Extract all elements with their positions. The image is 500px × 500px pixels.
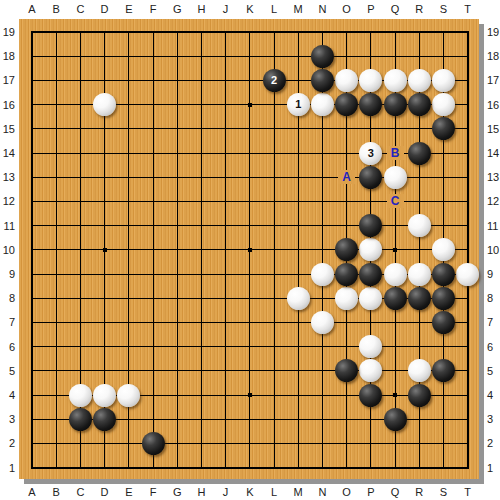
- coord-label-bottom: P: [361, 484, 381, 500]
- coord-label-right: 3: [487, 411, 500, 427]
- coord-label-left: 6: [0, 339, 15, 355]
- star-point: [393, 248, 397, 252]
- coord-label-bottom: H: [191, 484, 211, 500]
- black-stone: [384, 408, 407, 431]
- star-point: [248, 103, 252, 107]
- coord-label-bottom: C: [70, 484, 90, 500]
- coord-label-bottom: N: [312, 484, 332, 500]
- coord-label-left: 16: [0, 97, 15, 113]
- black-stone: [384, 93, 407, 116]
- coord-label-top: J: [216, 1, 236, 17]
- coord-label-top: L: [264, 1, 284, 17]
- black-stone: [408, 93, 431, 116]
- coord-label-left: 11: [0, 218, 15, 234]
- coord-label-right: 11: [487, 218, 500, 234]
- coord-label-top: P: [361, 1, 381, 17]
- coord-label-left: 2: [0, 435, 15, 451]
- black-stone: [432, 311, 455, 334]
- coord-label-left: 14: [0, 145, 15, 161]
- white-stone: [311, 93, 334, 116]
- coord-label-right: 15: [487, 121, 500, 137]
- black-stone: [408, 384, 431, 407]
- go-board-viewer: 123ABC AABBCCDDEEFFGGHHJJKKLLMMNNOOPPQQR…: [0, 0, 500, 500]
- coord-label-bottom: J: [216, 484, 236, 500]
- white-stone: [311, 311, 334, 334]
- coord-label-bottom: T: [458, 484, 478, 500]
- white-stone: [408, 263, 431, 286]
- star-point: [393, 393, 397, 397]
- coord-label-right: 19: [487, 24, 500, 40]
- black-stone: [359, 263, 382, 286]
- coord-label-top: O: [337, 1, 357, 17]
- coord-label-left: 9: [0, 266, 15, 282]
- coord-label-left: 1: [0, 460, 15, 476]
- variation-label-B[interactable]: B: [387, 146, 404, 160]
- goban[interactable]: 123ABC: [19, 19, 479, 479]
- star-point: [248, 248, 252, 252]
- coord-label-bottom: M: [288, 484, 308, 500]
- coord-label-left: 3: [0, 411, 15, 427]
- black-stone: [359, 384, 382, 407]
- white-stone: [456, 263, 479, 286]
- coord-label-top: S: [433, 1, 453, 17]
- coord-label-right: 16: [487, 97, 500, 113]
- coord-label-top: Q: [385, 1, 405, 17]
- coord-label-bottom: O: [337, 484, 357, 500]
- star-point: [103, 248, 107, 252]
- black-stone: [408, 142, 431, 165]
- coord-label-right: 10: [487, 242, 500, 258]
- coord-label-top: M: [288, 1, 308, 17]
- coord-label-right: 7: [487, 314, 500, 330]
- coord-label-top: K: [240, 1, 260, 17]
- white-stone: [359, 287, 382, 310]
- black-stone: [142, 432, 165, 455]
- white-stone: [384, 69, 407, 92]
- star-point: [248, 393, 252, 397]
- coord-label-right: 4: [487, 387, 500, 403]
- coord-label-left: 4: [0, 387, 15, 403]
- coord-label-bottom: G: [167, 484, 187, 500]
- coord-label-bottom: E: [119, 484, 139, 500]
- coord-label-top: D: [95, 1, 115, 17]
- black-stone: [408, 287, 431, 310]
- coord-label-right: 6: [487, 339, 500, 355]
- coord-label-left: 19: [0, 24, 15, 40]
- coord-label-bottom: L: [264, 484, 284, 500]
- white-stone: [117, 384, 140, 407]
- variation-label-A[interactable]: A: [338, 170, 355, 184]
- white-stone: [384, 263, 407, 286]
- coord-label-top: H: [191, 1, 211, 17]
- black-stone: [335, 263, 358, 286]
- coord-label-left: 12: [0, 193, 15, 209]
- coord-label-top: F: [143, 1, 163, 17]
- coord-label-left: 17: [0, 72, 15, 88]
- coord-label-bottom: D: [95, 484, 115, 500]
- coord-label-bottom: B: [46, 484, 66, 500]
- move-number: 3: [359, 142, 382, 165]
- white-stone: [432, 93, 455, 116]
- coord-label-bottom: R: [409, 484, 429, 500]
- black-stone: [384, 287, 407, 310]
- coord-label-right: 18: [487, 48, 500, 64]
- coord-label-right: 14: [487, 145, 500, 161]
- coord-label-bottom: S: [433, 484, 453, 500]
- coord-label-right: 5: [487, 363, 500, 379]
- coord-label-left: 8: [0, 290, 15, 306]
- coord-label-right: 1: [487, 460, 500, 476]
- black-stone: [311, 69, 334, 92]
- white-stone: [287, 287, 310, 310]
- white-stone: [384, 166, 407, 189]
- black-stone: [311, 45, 334, 68]
- coord-label-right: 9: [487, 266, 500, 282]
- white-stone: [69, 384, 92, 407]
- coord-label-top: B: [46, 1, 66, 17]
- black-stone: [93, 408, 116, 431]
- white-stone: [335, 69, 358, 92]
- coord-label-left: 15: [0, 121, 15, 137]
- white-stone: [408, 69, 431, 92]
- black-stone: [432, 263, 455, 286]
- coord-label-top: R: [409, 1, 429, 17]
- coord-label-left: 10: [0, 242, 15, 258]
- coord-label-left: 5: [0, 363, 15, 379]
- coord-label-top: T: [458, 1, 478, 17]
- coord-label-bottom: Q: [385, 484, 405, 500]
- coord-label-right: 8: [487, 290, 500, 306]
- coord-label-right: 13: [487, 169, 500, 185]
- move-number: 1: [287, 93, 310, 116]
- coord-label-left: 7: [0, 314, 15, 330]
- coord-label-top: N: [312, 1, 332, 17]
- coord-label-right: 2: [487, 435, 500, 451]
- white-stone: [93, 384, 116, 407]
- variation-label-C[interactable]: C: [387, 194, 404, 208]
- white-stone: [335, 287, 358, 310]
- coord-label-bottom: F: [143, 484, 163, 500]
- move-number: 2: [263, 69, 286, 92]
- coord-label-top: E: [119, 1, 139, 17]
- black-stone: [359, 166, 382, 189]
- coord-label-right: 17: [487, 72, 500, 88]
- white-stone: [408, 214, 431, 237]
- white-stone: [432, 69, 455, 92]
- coord-label-top: G: [167, 1, 187, 17]
- black-stone: [69, 408, 92, 431]
- white-stone: [311, 263, 334, 286]
- coord-label-left: 13: [0, 169, 15, 185]
- black-stone: [432, 287, 455, 310]
- coord-label-top: C: [70, 1, 90, 17]
- coord-label-right: 12: [487, 193, 500, 209]
- coord-label-left: 18: [0, 48, 15, 64]
- coord-label-bottom: K: [240, 484, 260, 500]
- coord-label-bottom: A: [22, 484, 42, 500]
- coord-label-top: A: [22, 1, 42, 17]
- white-stone: [408, 359, 431, 382]
